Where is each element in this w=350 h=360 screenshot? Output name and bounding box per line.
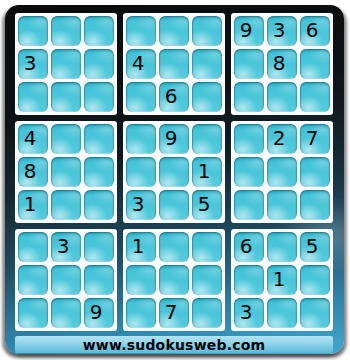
cell-r3c5[interactable]: 6 <box>159 82 189 112</box>
given-digit: 8 <box>24 161 37 181</box>
cell-r9c6[interactable] <box>192 298 222 328</box>
cell-r3c2[interactable] <box>51 82 81 112</box>
cell-r5c8[interactable] <box>267 157 297 187</box>
cell-r2c1[interactable]: 3 <box>18 49 48 79</box>
cell-r5c3[interactable] <box>84 157 114 187</box>
sudoku-grid: 346936848191352739176513 <box>5 5 333 331</box>
cell-r5c6[interactable]: 1 <box>192 157 222 187</box>
sudoku-box-3: 9368 <box>231 13 333 115</box>
cell-r7c5[interactable] <box>159 232 189 262</box>
cell-r8c2[interactable] <box>51 265 81 295</box>
given-digit: 1 <box>132 236 145 256</box>
cell-r3c4[interactable] <box>126 82 156 112</box>
sudoku-box-9: 6513 <box>231 229 333 331</box>
given-digit: 8 <box>273 53 286 73</box>
cell-r4c4[interactable] <box>126 124 156 154</box>
cell-r2c3[interactable] <box>84 49 114 79</box>
cell-r8c5[interactable] <box>159 265 189 295</box>
cell-r2c8[interactable]: 8 <box>267 49 297 79</box>
cell-r1c5[interactable] <box>159 16 189 46</box>
cell-r1c7[interactable]: 9 <box>234 16 264 46</box>
cell-r7c2[interactable]: 3 <box>51 232 81 262</box>
cell-r6c9[interactable] <box>300 190 330 220</box>
sudoku-box-5: 9135 <box>123 121 225 223</box>
cell-r5c4[interactable] <box>126 157 156 187</box>
cell-r9c8[interactable] <box>267 298 297 328</box>
cell-r8c1[interactable] <box>18 265 48 295</box>
cell-r2c2[interactable] <box>51 49 81 79</box>
sudoku-box-8: 17 <box>123 229 225 331</box>
cell-r2c6[interactable] <box>192 49 222 79</box>
given-digit: 9 <box>165 128 178 148</box>
cell-r8c3[interactable] <box>84 265 114 295</box>
given-digit: 9 <box>240 20 253 40</box>
footer-bar: www.sudokusweb.com <box>15 336 333 353</box>
given-digit: 3 <box>273 20 286 40</box>
cell-r1c2[interactable] <box>51 16 81 46</box>
sudoku-page: 346936848191352739176513 www.sudokusweb.… <box>0 0 350 360</box>
cell-r8c9[interactable] <box>300 265 330 295</box>
given-digit: 6 <box>165 86 178 106</box>
cell-r3c9[interactable] <box>300 82 330 112</box>
cell-r5c9[interactable] <box>300 157 330 187</box>
sudoku-box-6: 27 <box>231 121 333 223</box>
cell-r5c1[interactable]: 8 <box>18 157 48 187</box>
given-digit: 2 <box>273 128 286 148</box>
cell-r8c7[interactable] <box>234 265 264 295</box>
cell-r1c8[interactable]: 3 <box>267 16 297 46</box>
cell-r4c2[interactable] <box>51 124 81 154</box>
cell-r6c5[interactable] <box>159 190 189 220</box>
cell-r7c7[interactable]: 6 <box>234 232 264 262</box>
cell-r7c6[interactable] <box>192 232 222 262</box>
cell-r9c3[interactable]: 9 <box>84 298 114 328</box>
cell-r2c9[interactable] <box>300 49 330 79</box>
cell-r3c6[interactable] <box>192 82 222 112</box>
cell-r6c2[interactable] <box>51 190 81 220</box>
cell-r1c4[interactable] <box>126 16 156 46</box>
cell-r3c3[interactable] <box>84 82 114 112</box>
cell-r9c1[interactable] <box>18 298 48 328</box>
cell-r1c9[interactable]: 6 <box>300 16 330 46</box>
given-digit: 7 <box>165 302 178 322</box>
cell-r4c3[interactable] <box>84 124 114 154</box>
given-digit: 3 <box>57 236 70 256</box>
given-digit: 1 <box>198 161 211 181</box>
sudoku-box-2: 46 <box>123 13 225 115</box>
cell-r8c6[interactable] <box>192 265 222 295</box>
cell-r5c7[interactable] <box>234 157 264 187</box>
cell-r3c7[interactable] <box>234 82 264 112</box>
cell-r6c7[interactable] <box>234 190 264 220</box>
given-digit: 6 <box>306 20 319 40</box>
sudoku-box-4: 481 <box>15 121 117 223</box>
sudoku-box-1: 3 <box>15 13 117 115</box>
sudoku-box-7: 39 <box>15 229 117 331</box>
cell-r7c8[interactable] <box>267 232 297 262</box>
website-link[interactable]: www.sudokusweb.com <box>83 337 266 353</box>
cell-r2c7[interactable] <box>234 49 264 79</box>
cell-r4c1[interactable]: 4 <box>18 124 48 154</box>
cell-r4c6[interactable] <box>192 124 222 154</box>
given-digit: 3 <box>24 53 37 73</box>
cell-r9c7[interactable]: 3 <box>234 298 264 328</box>
cell-r5c5[interactable] <box>159 157 189 187</box>
cell-r3c1[interactable] <box>18 82 48 112</box>
given-digit: 6 <box>240 236 253 256</box>
cell-r9c4[interactable] <box>126 298 156 328</box>
cell-r2c5[interactable] <box>159 49 189 79</box>
sudoku-board: 346936848191352739176513 www.sudokusweb.… <box>5 5 344 354</box>
cell-r9c2[interactable] <box>51 298 81 328</box>
cell-r2c4[interactable]: 4 <box>126 49 156 79</box>
cell-r4c8[interactable]: 2 <box>267 124 297 154</box>
cell-r6c8[interactable] <box>267 190 297 220</box>
given-digit: 3 <box>132 194 145 214</box>
given-digit: 4 <box>132 53 145 73</box>
given-digit: 1 <box>273 269 286 289</box>
cell-r8c8[interactable]: 1 <box>267 265 297 295</box>
cell-r6c4[interactable]: 3 <box>126 190 156 220</box>
given-digit: 1 <box>24 194 37 214</box>
given-digit: 5 <box>306 236 319 256</box>
cell-r1c1[interactable] <box>18 16 48 46</box>
cell-r1c3[interactable] <box>84 16 114 46</box>
cell-r4c9[interactable]: 7 <box>300 124 330 154</box>
cell-r6c1[interactable]: 1 <box>18 190 48 220</box>
cell-r6c6[interactable]: 5 <box>192 190 222 220</box>
cell-r4c5[interactable]: 9 <box>159 124 189 154</box>
cell-r9c9[interactable] <box>300 298 330 328</box>
cell-r8c4[interactable] <box>126 265 156 295</box>
cell-r6c3[interactable] <box>84 190 114 220</box>
cell-r7c1[interactable] <box>18 232 48 262</box>
cell-r1c6[interactable] <box>192 16 222 46</box>
cell-r7c3[interactable] <box>84 232 114 262</box>
cell-r3c8[interactable] <box>267 82 297 112</box>
cell-r7c9[interactable]: 5 <box>300 232 330 262</box>
given-digit: 5 <box>198 194 211 214</box>
cell-r7c4[interactable]: 1 <box>126 232 156 262</box>
cell-r4c7[interactable] <box>234 124 264 154</box>
given-digit: 9 <box>90 302 103 322</box>
cell-r9c5[interactable]: 7 <box>159 298 189 328</box>
given-digit: 4 <box>24 128 37 148</box>
given-digit: 7 <box>306 128 319 148</box>
given-digit: 3 <box>240 302 253 322</box>
cell-r5c2[interactable] <box>51 157 81 187</box>
